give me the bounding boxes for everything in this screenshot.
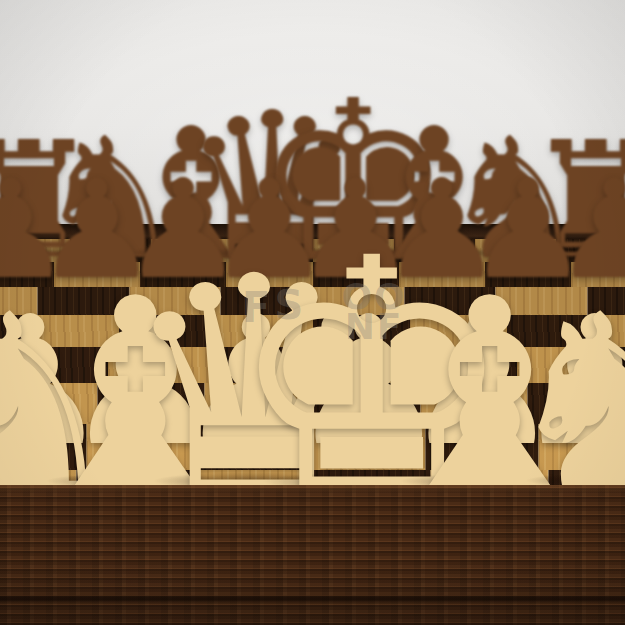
- table-edge-seam: [0, 595, 625, 604]
- table-edge: [0, 485, 625, 625]
- chess-set-photo: ♜♞♝♛♚♝♞♜♟♟♟♟♟♟♟♟♟♟♟♟♟♟♟♟♜♞♝♛♚♝♞♜ FSOONF: [0, 0, 625, 625]
